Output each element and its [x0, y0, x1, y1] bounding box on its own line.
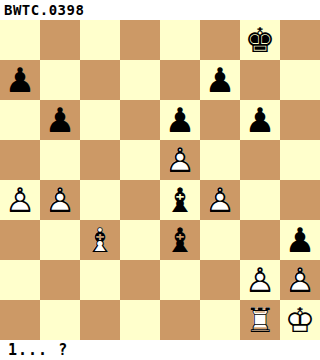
square-e4[interactable]: ♝: [160, 180, 200, 220]
black-pawn[interactable]: ♟: [280, 220, 320, 260]
square-g5[interactable]: [240, 140, 280, 180]
square-d6[interactable]: [120, 100, 160, 140]
black-king[interactable]: ♚: [240, 20, 280, 60]
square-h2[interactable]: ♟♙: [280, 260, 320, 300]
square-f1[interactable]: [200, 300, 240, 340]
square-d1[interactable]: [120, 300, 160, 340]
square-d3[interactable]: [120, 220, 160, 260]
square-c3[interactable]: ♝♗: [80, 220, 120, 260]
square-d2[interactable]: [120, 260, 160, 300]
square-d5[interactable]: [120, 140, 160, 180]
white-king[interactable]: ♚♔: [280, 300, 320, 340]
square-a6[interactable]: [0, 100, 40, 140]
white-pawn-outline: ♙: [0, 180, 40, 220]
black-pawn-glyph: ♟: [200, 60, 240, 100]
square-g3[interactable]: [240, 220, 280, 260]
white-pawn[interactable]: ♟♙: [0, 180, 40, 220]
square-e6[interactable]: ♟: [160, 100, 200, 140]
square-h4[interactable]: [280, 180, 320, 220]
square-f5[interactable]: [200, 140, 240, 180]
white-rook-outline: ♖: [240, 300, 280, 340]
square-h8[interactable]: [280, 20, 320, 60]
move-prompt: 1... ?: [0, 340, 320, 360]
white-pawn[interactable]: ♟♙: [200, 180, 240, 220]
black-bishop[interactable]: ♝: [160, 180, 200, 220]
white-pawn[interactable]: ♟♙: [40, 180, 80, 220]
white-pawn[interactable]: ♟♙: [160, 140, 200, 180]
square-c8[interactable]: [80, 20, 120, 60]
square-e5[interactable]: ♟♙: [160, 140, 200, 180]
black-king-glyph: ♚: [240, 20, 280, 60]
square-b3[interactable]: [40, 220, 80, 260]
square-b5[interactable]: [40, 140, 80, 180]
square-f4[interactable]: ♟♙: [200, 180, 240, 220]
square-a4[interactable]: ♟♙: [0, 180, 40, 220]
square-c4[interactable]: [80, 180, 120, 220]
black-pawn-glyph: ♟: [160, 100, 200, 140]
square-h5[interactable]: [280, 140, 320, 180]
square-a1[interactable]: [0, 300, 40, 340]
black-pawn[interactable]: ♟: [240, 100, 280, 140]
black-pawn[interactable]: ♟: [0, 60, 40, 100]
square-f7[interactable]: ♟: [200, 60, 240, 100]
square-g1[interactable]: ♜♖: [240, 300, 280, 340]
white-pawn-outline: ♙: [200, 180, 240, 220]
square-c5[interactable]: [80, 140, 120, 180]
square-c1[interactable]: [80, 300, 120, 340]
white-bishop-outline: ♗: [80, 220, 120, 260]
square-g7[interactable]: [240, 60, 280, 100]
square-g6[interactable]: ♟: [240, 100, 280, 140]
white-pawn[interactable]: ♟♙: [280, 260, 320, 300]
black-pawn[interactable]: ♟: [200, 60, 240, 100]
white-bishop[interactable]: ♝♗: [80, 220, 120, 260]
square-d7[interactable]: [120, 60, 160, 100]
black-bishop-glyph: ♝: [160, 180, 200, 220]
white-pawn-outline: ♙: [160, 140, 200, 180]
square-g2[interactable]: ♟♙: [240, 260, 280, 300]
square-f6[interactable]: [200, 100, 240, 140]
square-b1[interactable]: [40, 300, 80, 340]
square-b4[interactable]: ♟♙: [40, 180, 80, 220]
white-rook[interactable]: ♜♖: [240, 300, 280, 340]
square-e2[interactable]: [160, 260, 200, 300]
puzzle-id: BWTC.0398: [0, 0, 320, 20]
square-g4[interactable]: [240, 180, 280, 220]
square-b7[interactable]: [40, 60, 80, 100]
black-pawn[interactable]: ♟: [40, 100, 80, 140]
square-d8[interactable]: [120, 20, 160, 60]
square-e3[interactable]: ♝: [160, 220, 200, 260]
square-f2[interactable]: [200, 260, 240, 300]
square-a8[interactable]: [0, 20, 40, 60]
square-c2[interactable]: [80, 260, 120, 300]
square-h7[interactable]: [280, 60, 320, 100]
black-pawn-glyph: ♟: [280, 220, 320, 260]
square-h1[interactable]: ♚♔: [280, 300, 320, 340]
black-pawn[interactable]: ♟: [160, 100, 200, 140]
white-king-outline: ♔: [280, 300, 320, 340]
square-h3[interactable]: ♟: [280, 220, 320, 260]
black-pawn-glyph: ♟: [40, 100, 80, 140]
square-b8[interactable]: [40, 20, 80, 60]
black-pawn-glyph: ♟: [0, 60, 40, 100]
black-pawn-glyph: ♟: [240, 100, 280, 140]
square-g8[interactable]: ♚: [240, 20, 280, 60]
square-a3[interactable]: [0, 220, 40, 260]
square-b6[interactable]: ♟: [40, 100, 80, 140]
square-c6[interactable]: [80, 100, 120, 140]
white-pawn-outline: ♙: [40, 180, 80, 220]
square-a2[interactable]: [0, 260, 40, 300]
chess-board: ♚♟♟♟♟♟♟♙♟♙♟♙♝♟♙♝♗♝♟♟♙♟♙♜♖♚♔: [0, 20, 320, 340]
square-f3[interactable]: [200, 220, 240, 260]
square-c7[interactable]: [80, 60, 120, 100]
white-pawn-outline: ♙: [240, 260, 280, 300]
black-bishop-glyph: ♝: [160, 220, 200, 260]
square-h6[interactable]: [280, 100, 320, 140]
square-e1[interactable]: [160, 300, 200, 340]
square-b2[interactable]: [40, 260, 80, 300]
white-pawn[interactable]: ♟♙: [240, 260, 280, 300]
square-e7[interactable]: [160, 60, 200, 100]
square-d4[interactable]: [120, 180, 160, 220]
square-a7[interactable]: ♟: [0, 60, 40, 100]
square-a5[interactable]: [0, 140, 40, 180]
square-e8[interactable]: [160, 20, 200, 60]
white-pawn-outline: ♙: [280, 260, 320, 300]
square-f8[interactable]: [200, 20, 240, 60]
black-bishop[interactable]: ♝: [160, 220, 200, 260]
